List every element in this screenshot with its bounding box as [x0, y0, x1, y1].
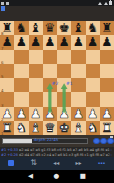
- square-f7[interactable]: ♟: [71, 35, 85, 49]
- engine-progress-bar: depth 22/45: [2, 138, 88, 144]
- square-h6[interactable]: [100, 50, 114, 64]
- square-c2[interactable]: ♟: [29, 107, 43, 121]
- piece-white: ♟: [87, 107, 98, 121]
- home-icon[interactable]: ●: [54, 173, 60, 180]
- piece-black: ♚: [59, 21, 70, 35]
- square-c7[interactable]: ♟: [29, 35, 43, 49]
- square-h2[interactable]: ♟: [100, 107, 114, 121]
- notification-icon: [6, 2, 9, 5]
- piece-black: ♟: [59, 35, 70, 49]
- piece-black: ♟: [101, 35, 112, 49]
- square-g7[interactable]: ♟: [86, 35, 100, 49]
- piece-black: ♞: [87, 21, 98, 35]
- square-e3[interactable]: [57, 92, 71, 106]
- square-b4[interactable]: [14, 78, 28, 92]
- piece-white: ♞: [87, 121, 98, 135]
- piece-black: ♝: [73, 21, 84, 35]
- piece-white: ♟: [101, 107, 112, 121]
- piece-white: ♟: [30, 107, 41, 121]
- square-c6[interactable]: [29, 50, 43, 64]
- android-nav-bar: ◀ ● ■: [0, 170, 114, 183]
- square-h5[interactable]: [100, 64, 114, 78]
- square-a5[interactable]: 5: [0, 64, 14, 78]
- square-g4[interactable]: [86, 78, 100, 92]
- piece-black: ♟: [16, 35, 27, 49]
- square-f1[interactable]: ♝: [71, 121, 85, 135]
- more-options-icon[interactable]: ⋯: [98, 159, 106, 168]
- piece-black: ♟: [30, 35, 41, 49]
- square-e2[interactable]: ♟: [57, 107, 71, 121]
- square-d3[interactable]: [43, 92, 57, 106]
- square-a1[interactable]: 1♜: [0, 121, 14, 135]
- scrollbar-thumb[interactable]: [110, 136, 114, 139]
- piece-white: ♜: [101, 121, 112, 135]
- square-b1[interactable]: ♞: [14, 121, 28, 135]
- piece-white: ♝: [30, 121, 41, 135]
- square-f4[interactable]: [71, 78, 85, 92]
- square-e8[interactable]: ♚: [57, 21, 71, 35]
- square-b5[interactable]: [14, 64, 28, 78]
- square-e1[interactable]: ♚: [57, 121, 71, 135]
- square-d1[interactable]: ♛: [43, 121, 57, 135]
- square-b6[interactable]: [14, 50, 28, 64]
- square-c8[interactable]: ♝: [29, 21, 43, 35]
- square-h7[interactable]: ♟: [100, 35, 114, 49]
- piece-white: ♞: [16, 121, 27, 135]
- piece-black: ♛: [44, 21, 55, 35]
- piece-white: ♟: [16, 107, 27, 121]
- piece-white: ♟: [59, 107, 70, 121]
- square-c4[interactable]: [29, 78, 43, 92]
- square-g6[interactable]: [86, 50, 100, 64]
- piece-white: ♝: [73, 121, 84, 135]
- square-h3[interactable]: [100, 92, 114, 106]
- engine-toggle-icon[interactable]: [8, 160, 14, 166]
- piece-white: ♛: [44, 121, 55, 135]
- chess-board: 8♜♞♝♛♚♝♞♜7♟♟♟♟♟♟♟♟65432♟♟♟♟♟♟♟♟1♜♞♝♛♚♝♞♜: [0, 21, 114, 135]
- square-b2[interactable]: ♟: [14, 107, 28, 121]
- engine-lines: #1 +0.33 e2-e4 e7-e5 g1-f3 b8-c6 f1-b5 a…: [0, 147, 114, 158]
- square-a3[interactable]: 3: [0, 92, 14, 106]
- square-h1[interactable]: ♜: [100, 121, 114, 135]
- square-e5[interactable]: [57, 64, 71, 78]
- engine-round-button-3[interactable]: [107, 138, 113, 144]
- square-b3[interactable]: [14, 92, 28, 106]
- battery-icon: [109, 1, 112, 5]
- signal-icon: [104, 2, 108, 5]
- square-c5[interactable]: [29, 64, 43, 78]
- square-d7[interactable]: ♟: [43, 35, 57, 49]
- square-g1[interactable]: ♞: [86, 121, 100, 135]
- square-a7[interactable]: 7♟: [0, 35, 14, 49]
- step-forward-icon[interactable]: ▸▸: [76, 160, 82, 166]
- engine-round-button-2[interactable]: [100, 138, 106, 144]
- notification-icon: [1, 2, 4, 5]
- piece-black: ♟: [87, 35, 98, 49]
- flip-board-icon[interactable]: ⇅: [30, 160, 37, 166]
- phone-screen: 8♜♞♝♛♚♝♞♜7♟♟♟♟♟♟♟♟65432♟♟♟♟♟♟♟♟1♜♞♝♛♚♝♞♜…: [0, 0, 114, 182]
- square-c3[interactable]: [29, 92, 43, 106]
- square-e7[interactable]: ♟: [57, 35, 71, 49]
- square-d8[interactable]: ♛: [43, 21, 57, 35]
- square-e6[interactable]: [57, 50, 71, 64]
- square-f6[interactable]: [71, 50, 85, 64]
- square-g3[interactable]: [86, 92, 100, 106]
- piece-black: ♜: [101, 21, 112, 35]
- square-f3[interactable]: [71, 92, 85, 106]
- piece-black: ♝: [30, 21, 41, 35]
- square-d2[interactable]: ♟: [43, 107, 57, 121]
- piece-black: ♞: [16, 21, 27, 35]
- engine-round-button-1[interactable]: [93, 138, 99, 144]
- square-g2[interactable]: ♟: [86, 107, 100, 121]
- wifi-icon: [98, 2, 102, 5]
- square-g5[interactable]: [86, 64, 100, 78]
- piece-white: ♟: [73, 107, 84, 121]
- square-b8[interactable]: ♞: [14, 21, 28, 35]
- piece-black: ♟: [44, 35, 55, 49]
- square-g8[interactable]: ♞: [86, 21, 100, 35]
- square-a8[interactable]: 8♜: [0, 21, 14, 35]
- app-toolbar: ⇅ ◂◂ ▸▸ ⋯: [0, 157, 114, 170]
- piece-black: ♟: [73, 35, 84, 49]
- square-a4[interactable]: 4: [0, 78, 14, 92]
- status-bar: [0, 0, 114, 6]
- back-icon[interactable]: ◀: [28, 173, 33, 180]
- square-b7[interactable]: ♟: [14, 35, 28, 49]
- square-f2[interactable]: ♟: [71, 107, 85, 121]
- engine-status-bar: depth 22/45: [0, 135, 114, 147]
- square-c1[interactable]: ♝: [29, 121, 43, 135]
- step-back-icon[interactable]: ◂◂: [53, 160, 59, 166]
- piece-white: ♟: [44, 107, 55, 121]
- piece-white: ♚: [59, 121, 70, 135]
- square-d5[interactable]: [43, 64, 57, 78]
- recents-icon[interactable]: ■: [80, 173, 86, 180]
- square-d4[interactable]: [43, 78, 57, 92]
- square-h8[interactable]: ♜: [100, 21, 114, 35]
- app-notification-icon: [1, 6, 6, 11]
- square-e4[interactable]: [57, 78, 71, 92]
- square-f5[interactable]: [71, 64, 85, 78]
- square-a6[interactable]: 6: [0, 50, 14, 64]
- square-h4[interactable]: [100, 78, 114, 92]
- square-a2[interactable]: 2♟: [0, 107, 14, 121]
- square-d6[interactable]: [43, 50, 57, 64]
- engine-progress-text: depth 22/45: [3, 137, 89, 142]
- square-f8[interactable]: ♝: [71, 21, 85, 35]
